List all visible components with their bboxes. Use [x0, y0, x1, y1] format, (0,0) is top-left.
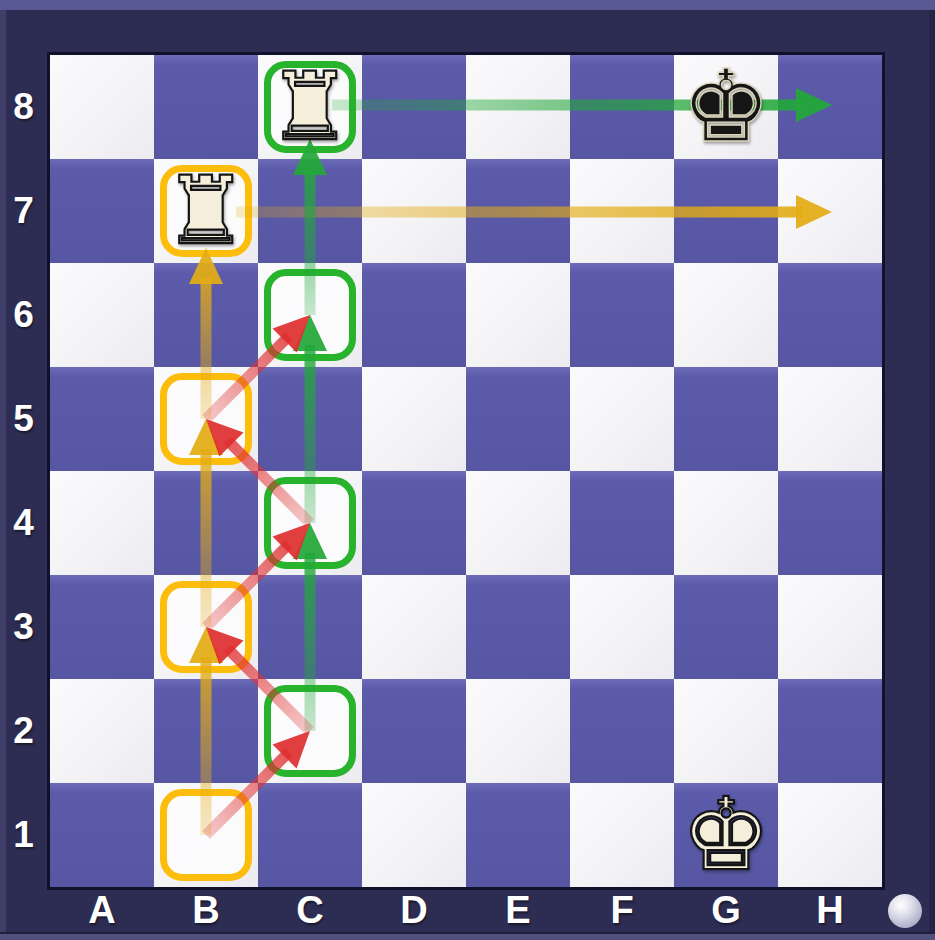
square-f8[interactable]	[570, 55, 674, 159]
square-d4[interactable]	[362, 471, 466, 575]
file-label-e: E	[466, 887, 570, 933]
square-a5[interactable]	[50, 367, 154, 471]
rank-label-4: 4	[0, 471, 47, 575]
square-a8[interactable]	[50, 55, 154, 159]
corner-sphere	[888, 894, 922, 928]
square-d3[interactable]	[362, 575, 466, 679]
square-f5[interactable]	[570, 367, 674, 471]
square-e7[interactable]	[466, 159, 570, 263]
square-e8[interactable]	[466, 55, 570, 159]
square-d5[interactable]	[362, 367, 466, 471]
square-d7[interactable]	[362, 159, 466, 263]
square-a7[interactable]	[50, 159, 154, 263]
square-d8[interactable]	[362, 55, 466, 159]
square-b2[interactable]	[154, 679, 258, 783]
rank-label-3: 3	[0, 575, 47, 679]
file-label-b: B	[154, 887, 258, 933]
square-h7[interactable]	[778, 159, 882, 263]
square-g2[interactable]	[674, 679, 778, 783]
square-f3[interactable]	[570, 575, 674, 679]
rank-label-5: 5	[0, 367, 47, 471]
square-h6[interactable]	[778, 263, 882, 367]
square-b4[interactable]	[154, 471, 258, 575]
square-e4[interactable]	[466, 471, 570, 575]
square-h8[interactable]	[778, 55, 882, 159]
square-e2[interactable]	[466, 679, 570, 783]
square-h1[interactable]	[778, 783, 882, 887]
rank-label-8: 8	[0, 55, 47, 159]
square-f7[interactable]	[570, 159, 674, 263]
square-e5[interactable]	[466, 367, 570, 471]
square-a3[interactable]	[50, 575, 154, 679]
square-h5[interactable]	[778, 367, 882, 471]
rank-label-7: 7	[0, 159, 47, 263]
file-label-g: G	[674, 887, 778, 933]
square-e1[interactable]	[466, 783, 570, 887]
square-g6[interactable]	[674, 263, 778, 367]
square-a4[interactable]	[50, 471, 154, 575]
square-e6[interactable]	[466, 263, 570, 367]
square-g5[interactable]	[674, 367, 778, 471]
piece-white-rook-c8[interactable]: ♜	[258, 55, 362, 159]
square-a1[interactable]	[50, 783, 154, 887]
square-g4[interactable]	[674, 471, 778, 575]
highlight-b3	[160, 581, 252, 673]
frame-bevel-bottom	[0, 932, 935, 940]
square-g7[interactable]	[674, 159, 778, 263]
square-d6[interactable]	[362, 263, 466, 367]
frame-bevel-right	[929, 10, 935, 932]
frame-bevel-top	[0, 0, 935, 10]
highlight-b5	[160, 373, 252, 465]
square-a2[interactable]	[50, 679, 154, 783]
board-frame: ♜♜♚♚	[47, 52, 885, 890]
piece-white-king-g1[interactable]: ♚	[674, 783, 778, 887]
square-e3[interactable]	[466, 575, 570, 679]
square-h3[interactable]	[778, 575, 882, 679]
file-label-f: F	[570, 887, 674, 933]
file-label-c: C	[258, 887, 362, 933]
highlight-c4	[264, 477, 356, 569]
square-g3[interactable]	[674, 575, 778, 679]
square-d2[interactable]	[362, 679, 466, 783]
piece-white-rook-b7[interactable]: ♜	[154, 159, 258, 263]
square-f1[interactable]	[570, 783, 674, 887]
file-label-a: A	[50, 887, 154, 933]
highlight-b1	[160, 789, 252, 881]
square-c3[interactable]	[258, 575, 362, 679]
piece-black-king-g8[interactable]: ♚	[674, 55, 778, 159]
rank-label-2: 2	[0, 679, 47, 783]
rank-label-1: 1	[0, 783, 47, 887]
square-a6[interactable]	[50, 263, 154, 367]
square-b8[interactable]	[154, 55, 258, 159]
square-h4[interactable]	[778, 471, 882, 575]
rank-label-6: 6	[0, 263, 47, 367]
square-c1[interactable]	[258, 783, 362, 887]
square-f4[interactable]	[570, 471, 674, 575]
square-c5[interactable]	[258, 367, 362, 471]
square-f2[interactable]	[570, 679, 674, 783]
highlight-c2	[264, 685, 356, 777]
highlight-c6	[264, 269, 356, 361]
square-h2[interactable]	[778, 679, 882, 783]
square-f6[interactable]	[570, 263, 674, 367]
chessboard-diagram: ♜♜♚♚ 87654321 ABCDEFGH	[0, 0, 935, 940]
square-c7[interactable]	[258, 159, 362, 263]
file-label-h: H	[778, 887, 882, 933]
square-b6[interactable]	[154, 263, 258, 367]
square-d1[interactable]	[362, 783, 466, 887]
file-label-d: D	[362, 887, 466, 933]
